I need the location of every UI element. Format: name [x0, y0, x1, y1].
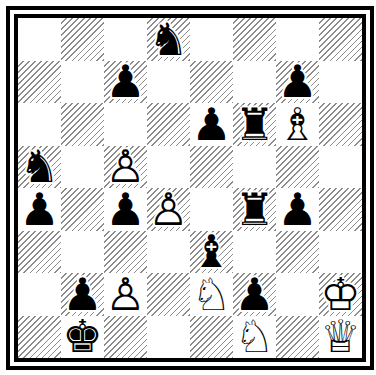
square-f4: ♜ — [233, 188, 276, 231]
square-d7 — [147, 61, 190, 104]
square-b6 — [61, 103, 104, 146]
square-e3: ♝ — [190, 231, 233, 274]
white-knight: ♞♘ — [190, 273, 233, 316]
white-bishop-icon: ♗ — [276, 103, 319, 146]
square-a8 — [18, 18, 61, 61]
square-e2: ♞♘ — [190, 273, 233, 316]
square-g6: ♝♗ — [276, 103, 319, 146]
square-h8 — [319, 18, 362, 61]
square-b8 — [61, 18, 104, 61]
board-inner-border: ♞♟♟♟♜♝♗♞♟♙♟♟♟♙♜♟♝♟♟♙♞♘♟♚♔♚♞♘♛♕ — [14, 14, 366, 362]
square-a1 — [18, 316, 61, 359]
black-pawn: ♟ — [18, 188, 61, 231]
square-e8 — [190, 18, 233, 61]
square-a5: ♞ — [18, 146, 61, 189]
square-h2: ♚♔ — [319, 273, 362, 316]
square-h5 — [319, 146, 362, 189]
white-knight: ♞♘ — [233, 316, 276, 359]
black-pawn: ♟ — [233, 273, 276, 316]
square-e1 — [190, 316, 233, 359]
square-g5 — [276, 146, 319, 189]
square-h3 — [319, 231, 362, 274]
white-knight-icon: ♘ — [190, 273, 233, 316]
square-b2: ♟ — [61, 273, 104, 316]
white-king-icon: ♔ — [319, 273, 362, 316]
black-knight: ♞ — [18, 146, 61, 189]
square-a3 — [18, 231, 61, 274]
square-b1: ♚ — [61, 316, 104, 359]
square-g7: ♟ — [276, 61, 319, 104]
black-pawn: ♟ — [276, 188, 319, 231]
square-h6 — [319, 103, 362, 146]
white-king: ♚♔ — [319, 273, 362, 316]
black-pawn-icon: ♟ — [18, 188, 61, 231]
square-f5 — [233, 146, 276, 189]
black-rook: ♜ — [233, 188, 276, 231]
square-e6: ♟ — [190, 103, 233, 146]
black-pawn-icon: ♟ — [276, 188, 319, 231]
black-pawn-icon: ♟ — [233, 273, 276, 316]
square-h4 — [319, 188, 362, 231]
square-c2: ♟♙ — [104, 273, 147, 316]
square-c3 — [104, 231, 147, 274]
page: ♞♟♟♟♜♝♗♞♟♙♟♟♟♙♜♟♝♟♟♙♞♘♟♚♔♚♞♘♛♕ — [0, 0, 376, 375]
black-rook: ♜ — [233, 103, 276, 146]
black-knight: ♞ — [147, 18, 190, 61]
black-pawn: ♟ — [190, 103, 233, 146]
square-h7 — [319, 61, 362, 104]
black-rook-icon: ♜ — [233, 188, 276, 231]
black-bishop: ♝ — [190, 231, 233, 274]
black-pawn-icon: ♟ — [61, 273, 104, 316]
black-pawn: ♟ — [104, 188, 147, 231]
square-f7 — [233, 61, 276, 104]
black-pawn: ♟ — [104, 61, 147, 104]
chess-board: ♞♟♟♟♜♝♗♞♟♙♟♟♟♙♜♟♝♟♟♙♞♘♟♚♔♚♞♘♛♕ — [6, 6, 374, 370]
square-g1 — [276, 316, 319, 359]
square-f8 — [233, 18, 276, 61]
square-b5 — [61, 146, 104, 189]
square-g2 — [276, 273, 319, 316]
square-c5: ♟♙ — [104, 146, 147, 189]
square-b7 — [61, 61, 104, 104]
board-grid: ♞♟♟♟♜♝♗♞♟♙♟♟♟♙♜♟♝♟♟♙♞♘♟♚♔♚♞♘♛♕ — [18, 18, 362, 358]
black-king: ♚ — [61, 316, 104, 359]
white-pawn-icon: ♙ — [104, 146, 147, 189]
white-pawn-icon: ♙ — [147, 188, 190, 231]
black-pawn-icon: ♟ — [104, 188, 147, 231]
black-pawn: ♟ — [276, 61, 319, 104]
white-queen-icon: ♕ — [319, 316, 362, 359]
black-rook-icon: ♜ — [233, 103, 276, 146]
square-e7 — [190, 61, 233, 104]
square-d8: ♞ — [147, 18, 190, 61]
square-h1: ♛♕ — [319, 316, 362, 359]
square-a7 — [18, 61, 61, 104]
square-g8 — [276, 18, 319, 61]
square-c1 — [104, 316, 147, 359]
black-pawn: ♟ — [61, 273, 104, 316]
square-d5 — [147, 146, 190, 189]
black-pawn-icon: ♟ — [104, 61, 147, 104]
square-c8 — [104, 18, 147, 61]
square-e5 — [190, 146, 233, 189]
black-pawn-icon: ♟ — [190, 103, 233, 146]
square-f6: ♜ — [233, 103, 276, 146]
white-pawn: ♟♙ — [104, 273, 147, 316]
white-pawn-icon: ♙ — [104, 273, 147, 316]
square-d3 — [147, 231, 190, 274]
square-b3 — [61, 231, 104, 274]
square-d4: ♟♙ — [147, 188, 190, 231]
square-a2 — [18, 273, 61, 316]
black-king-icon: ♚ — [61, 316, 104, 359]
white-pawn: ♟♙ — [104, 146, 147, 189]
square-a6 — [18, 103, 61, 146]
white-bishop: ♝♗ — [276, 103, 319, 146]
square-e4 — [190, 188, 233, 231]
square-a4: ♟ — [18, 188, 61, 231]
square-d2 — [147, 273, 190, 316]
square-f3 — [233, 231, 276, 274]
white-knight-icon: ♘ — [233, 316, 276, 359]
square-b4 — [61, 188, 104, 231]
square-g3 — [276, 231, 319, 274]
square-g4: ♟ — [276, 188, 319, 231]
square-d6 — [147, 103, 190, 146]
square-f2: ♟ — [233, 273, 276, 316]
square-f1: ♞♘ — [233, 316, 276, 359]
square-c7: ♟ — [104, 61, 147, 104]
black-bishop-icon: ♝ — [190, 231, 233, 274]
square-c6 — [104, 103, 147, 146]
black-pawn-icon: ♟ — [276, 61, 319, 104]
white-pawn: ♟♙ — [147, 188, 190, 231]
black-knight-icon: ♞ — [18, 146, 61, 189]
black-knight-icon: ♞ — [147, 18, 190, 61]
white-queen: ♛♕ — [319, 316, 362, 359]
square-c4: ♟ — [104, 188, 147, 231]
square-d1 — [147, 316, 190, 359]
